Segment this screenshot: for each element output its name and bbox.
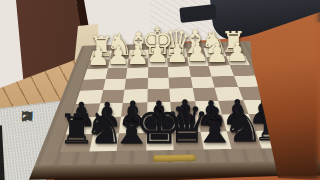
piece-white-pawn-f2: ♟ [126, 42, 149, 68]
piece-white-pawn-b2: ♟ [206, 40, 229, 66]
piece-white-pawn-e2: ♟ [146, 42, 169, 68]
piece-white-pawn-d2: ♟ [166, 41, 189, 67]
chess-photo-scene: GRAN ♜♞♝♛♚♝♞♜♟♟♟♟♟♟♟♟♟♟♟♟♟♟♟♟♜♞♝♛♚♝♞♜ [0, 0, 320, 180]
piece-white-pawn-h2: ♟ [87, 44, 110, 69]
piece-white-pawn-a2: ♟ [226, 39, 249, 65]
piece-black-rook-h8: ♜ [58, 110, 95, 151]
piece-white-pawn-g2: ♟ [107, 43, 130, 69]
piece-white-pawn-c2: ♟ [186, 41, 209, 67]
